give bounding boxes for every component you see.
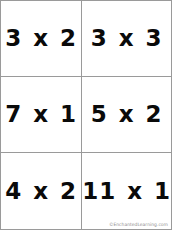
flashcard-expression: 3 x 2 xyxy=(5,27,77,50)
flashcard-expression: 7 x 1 xyxy=(5,103,77,126)
flashcard-3x2: 3 x 2 xyxy=(1,1,82,77)
flashcard-4x2: 4 x 2 xyxy=(1,153,82,229)
flashcard-expression: 3 x 3 xyxy=(91,27,163,50)
flashcard-expression: 11 x 1 xyxy=(82,180,171,203)
flashcard-expression: 5 x 2 xyxy=(91,103,163,126)
flashcard-5x2: 5 x 2 xyxy=(82,77,171,153)
flashcard-7x1: 7 x 1 xyxy=(1,77,82,153)
flashcard-3x3: 3 x 3 xyxy=(82,1,171,77)
flashcard-expression: 4 x 2 xyxy=(5,180,77,203)
flashcard-sheet: 3 x 2 3 x 3 7 x 1 5 x 2 4 x 2 11 x 1 ©En… xyxy=(0,0,172,230)
copyright-watermark: ©EnchantedLearning.com xyxy=(109,222,168,227)
flashcard-11x1: 11 x 1 xyxy=(82,153,171,229)
